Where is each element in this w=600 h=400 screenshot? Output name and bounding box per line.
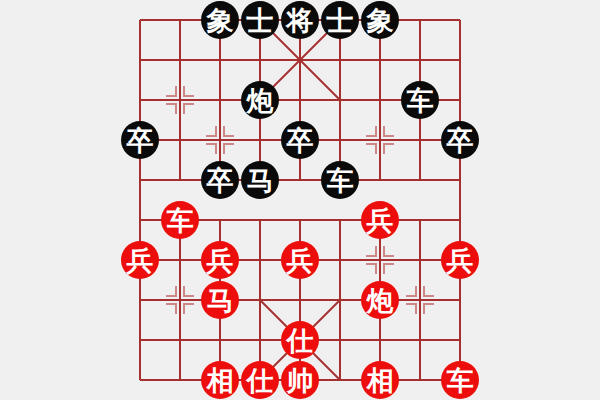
piece-red-pawn[interactable]: 兵 [281, 241, 319, 279]
position-marker [366, 246, 394, 274]
piece-black-chariot[interactable]: 车 [321, 161, 359, 199]
position-marker [166, 286, 194, 314]
marker-corner [366, 143, 377, 154]
marker-corner [406, 303, 417, 314]
piece-grid[interactable]: 象士将士象炮车卒卒卒卒马车车兵兵兵兵兵马炮仕相仕帅相车 [120, 0, 480, 400]
piece-red-elephant[interactable]: 相 [201, 361, 239, 399]
marker-corner [166, 286, 177, 297]
piece-black-horse[interactable]: 马 [241, 161, 279, 199]
position-marker [406, 286, 434, 314]
marker-corner [166, 303, 177, 314]
piece-black-advisor[interactable]: 士 [241, 1, 279, 39]
piece-red-general[interactable]: 帅 [281, 361, 319, 399]
piece-black-pawn[interactable]: 卒 [281, 121, 319, 159]
marker-corner [366, 126, 377, 137]
piece-black-advisor[interactable]: 士 [321, 1, 359, 39]
piece-black-elephant[interactable]: 象 [361, 1, 399, 39]
piece-red-cannon[interactable]: 炮 [361, 281, 399, 319]
marker-corner [223, 126, 234, 137]
marker-corner [166, 86, 177, 97]
marker-corner [183, 103, 194, 114]
piece-black-pawn[interactable]: 卒 [121, 121, 159, 159]
marker-corner [383, 143, 394, 154]
xiangqi-board: 象士将士象炮车卒卒卒卒马车车兵兵兵兵兵马炮仕相仕帅相车 [0, 0, 600, 400]
marker-corner [206, 143, 217, 154]
piece-black-elephant[interactable]: 象 [201, 1, 239, 39]
position-marker [366, 126, 394, 154]
piece-red-pawn[interactable]: 兵 [361, 201, 399, 239]
marker-corner [423, 286, 434, 297]
piece-red-pawn[interactable]: 兵 [121, 241, 159, 279]
marker-corner [223, 143, 234, 154]
position-marker [206, 126, 234, 154]
piece-red-elephant[interactable]: 相 [361, 361, 399, 399]
piece-red-advisor[interactable]: 仕 [281, 321, 319, 359]
marker-corner [183, 303, 194, 314]
piece-black-general[interactable]: 将 [281, 1, 319, 39]
piece-black-pawn[interactable]: 卒 [201, 161, 239, 199]
piece-red-pawn[interactable]: 兵 [441, 241, 479, 279]
marker-corner [206, 126, 217, 137]
piece-red-chariot[interactable]: 车 [441, 361, 479, 399]
piece-black-cannon[interactable]: 炮 [241, 81, 279, 119]
marker-corner [383, 263, 394, 274]
piece-red-pawn[interactable]: 兵 [201, 241, 239, 279]
marker-corner [366, 246, 377, 257]
marker-corner [166, 103, 177, 114]
marker-corner [183, 286, 194, 297]
marker-corner [383, 126, 394, 137]
marker-corner [383, 246, 394, 257]
piece-red-horse[interactable]: 马 [201, 281, 239, 319]
position-marker [166, 86, 194, 114]
marker-corner [183, 86, 194, 97]
piece-red-advisor[interactable]: 仕 [241, 361, 279, 399]
marker-corner [366, 263, 377, 274]
marker-corner [423, 303, 434, 314]
piece-black-chariot[interactable]: 车 [401, 81, 439, 119]
piece-red-chariot[interactable]: 车 [161, 201, 199, 239]
marker-corner [406, 286, 417, 297]
piece-black-pawn[interactable]: 卒 [441, 121, 479, 159]
